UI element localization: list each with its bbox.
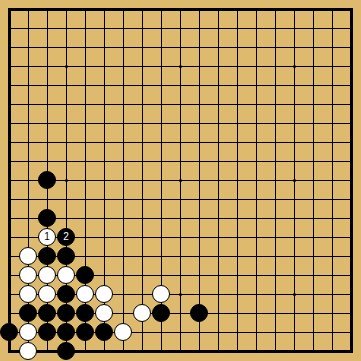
white-stone xyxy=(19,266,37,284)
white-stone xyxy=(38,285,56,303)
black-stone: 2 xyxy=(57,228,75,246)
grid-line-vertical xyxy=(313,8,314,353)
star-point xyxy=(65,179,68,182)
star-point xyxy=(293,65,296,68)
black-stone xyxy=(190,304,208,322)
grid-line-vertical xyxy=(199,8,200,353)
white-stone xyxy=(19,285,37,303)
star-point xyxy=(179,65,182,68)
grid-line-vertical xyxy=(237,8,238,353)
white-stone xyxy=(19,323,37,341)
black-stone xyxy=(38,247,56,265)
black-stone xyxy=(57,323,75,341)
black-stone xyxy=(38,323,56,341)
star-point xyxy=(293,179,296,182)
black-stone xyxy=(76,304,94,322)
white-stone: 1 xyxy=(38,228,56,246)
black-stone xyxy=(95,323,113,341)
move-number-label: 2 xyxy=(63,232,69,242)
white-stone xyxy=(95,304,113,322)
white-stone xyxy=(57,266,75,284)
black-stone xyxy=(38,209,56,227)
black-stone xyxy=(152,304,170,322)
star-point xyxy=(179,293,182,296)
white-stone xyxy=(19,247,37,265)
star-point xyxy=(179,179,182,182)
black-stone xyxy=(0,323,18,341)
black-stone xyxy=(57,247,75,265)
star-point xyxy=(65,65,68,68)
black-stone xyxy=(38,171,56,189)
grid-line-horizontal xyxy=(8,199,353,200)
black-stone xyxy=(19,304,37,322)
grid-line-vertical xyxy=(332,8,333,353)
black-stone xyxy=(57,285,75,303)
white-stone xyxy=(38,266,56,284)
black-stone xyxy=(76,323,94,341)
grid-line-vertical xyxy=(275,8,276,353)
grid-line-vertical xyxy=(350,8,353,353)
grid-line-horizontal xyxy=(8,218,353,219)
white-stone xyxy=(19,342,37,360)
black-stone xyxy=(57,304,75,322)
go-board: 12 xyxy=(0,0,361,361)
white-stone xyxy=(114,323,132,341)
white-stone xyxy=(152,285,170,303)
star-point xyxy=(293,293,296,296)
grid-line-vertical xyxy=(218,8,219,353)
white-stone xyxy=(95,285,113,303)
grid-line-vertical xyxy=(256,8,257,353)
black-stone xyxy=(76,266,94,284)
black-stone xyxy=(38,304,56,322)
black-stone xyxy=(57,342,75,360)
move-number-label: 1 xyxy=(44,232,50,242)
white-stone xyxy=(76,285,94,303)
white-stone xyxy=(133,304,151,322)
